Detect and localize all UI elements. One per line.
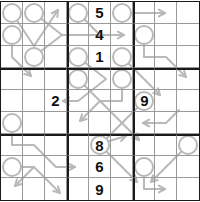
cell-r7c4[interactable] xyxy=(67,134,89,156)
cell-r1c8[interactable] xyxy=(155,2,177,24)
cell-r9c3[interactable] xyxy=(45,178,67,200)
cell-r4c5[interactable] xyxy=(89,68,111,90)
cell-r1c1[interactable] xyxy=(1,2,23,24)
cell-r6c4[interactable] xyxy=(67,112,89,134)
cell-r5c4[interactable] xyxy=(67,90,89,112)
cell-r2c6[interactable] xyxy=(111,24,133,46)
cell-r6c3[interactable] xyxy=(45,112,67,134)
cell-r1c7[interactable] xyxy=(133,2,155,24)
cell-r7c6[interactable] xyxy=(111,134,133,156)
cell-r3c9[interactable] xyxy=(177,46,199,68)
cell-r7c9[interactable] xyxy=(177,134,199,156)
cell-r8c9[interactable] xyxy=(177,156,199,178)
arrow-sudoku-screenshot: 54129869 xyxy=(0,0,200,202)
cell-r3c1[interactable] xyxy=(1,46,23,68)
cell-r6c9[interactable] xyxy=(177,112,199,134)
cell-r9c9[interactable] xyxy=(177,178,199,200)
cell-r2c4[interactable] xyxy=(67,24,89,46)
cell-r8c2[interactable] xyxy=(23,156,45,178)
cell-r8c1[interactable] xyxy=(1,156,23,178)
cell-r2c5[interactable]: 4 xyxy=(89,24,111,46)
cell-r4c7[interactable] xyxy=(133,68,155,90)
cell-r3c2[interactable] xyxy=(23,46,45,68)
cell-r7c1[interactable] xyxy=(1,134,23,156)
cell-r2c7[interactable] xyxy=(133,24,155,46)
cell-r6c8[interactable] xyxy=(155,112,177,134)
cell-r3c8[interactable] xyxy=(155,46,177,68)
cell-r4c9[interactable] xyxy=(177,68,199,90)
cell-r8c6[interactable] xyxy=(111,156,133,178)
cell-r6c1[interactable] xyxy=(1,112,23,134)
cell-r4c1[interactable] xyxy=(1,68,23,90)
cell-r2c2[interactable] xyxy=(23,24,45,46)
cell-r3c5[interactable]: 1 xyxy=(89,46,111,68)
cell-r3c3[interactable] xyxy=(45,46,67,68)
cell-r9c7[interactable] xyxy=(133,178,155,200)
cell-r7c8[interactable] xyxy=(155,134,177,156)
cell-r9c8[interactable] xyxy=(155,178,177,200)
cell-r9c4[interactable] xyxy=(67,178,89,200)
sudoku-grid: 54129869 xyxy=(1,2,199,200)
cell-r7c3[interactable] xyxy=(45,134,67,156)
cell-r9c5[interactable]: 9 xyxy=(89,178,111,200)
cell-r1c3[interactable] xyxy=(45,2,67,24)
cell-r3c6[interactable] xyxy=(111,46,133,68)
cell-r5c1[interactable] xyxy=(1,90,23,112)
cell-r2c8[interactable] xyxy=(155,24,177,46)
cell-r1c5[interactable]: 5 xyxy=(89,2,111,24)
cell-r2c9[interactable] xyxy=(177,24,199,46)
cell-r8c5[interactable]: 6 xyxy=(89,156,111,178)
cell-r4c8[interactable] xyxy=(155,68,177,90)
cell-r5c5[interactable] xyxy=(89,90,111,112)
cell-r5c2[interactable] xyxy=(23,90,45,112)
cell-r9c6[interactable] xyxy=(111,178,133,200)
cell-r9c2[interactable] xyxy=(23,178,45,200)
cell-r1c6[interactable] xyxy=(111,2,133,24)
cell-r6c7[interactable] xyxy=(133,112,155,134)
sudoku-board: 54129869 xyxy=(0,1,200,201)
cell-r1c4[interactable] xyxy=(67,2,89,24)
cell-r7c7[interactable] xyxy=(133,134,155,156)
cell-r7c5[interactable]: 8 xyxy=(89,134,111,156)
cell-r9c1[interactable] xyxy=(1,178,23,200)
cell-r1c9[interactable] xyxy=(177,2,199,24)
cell-r3c4[interactable] xyxy=(67,46,89,68)
cell-r4c3[interactable] xyxy=(45,68,67,90)
cell-r4c6[interactable] xyxy=(111,68,133,90)
cell-r5c7[interactable]: 9 xyxy=(133,90,155,112)
cell-r6c5[interactable] xyxy=(89,112,111,134)
cell-r8c8[interactable] xyxy=(155,156,177,178)
cell-r4c2[interactable] xyxy=(23,68,45,90)
cell-r6c2[interactable] xyxy=(23,112,45,134)
cell-r5c9[interactable] xyxy=(177,90,199,112)
cell-r2c3[interactable] xyxy=(45,24,67,46)
cell-r5c3[interactable]: 2 xyxy=(45,90,67,112)
cell-r3c7[interactable] xyxy=(133,46,155,68)
cell-r8c4[interactable] xyxy=(67,156,89,178)
cell-r4c4[interactable] xyxy=(67,68,89,90)
cell-r1c2[interactable] xyxy=(23,2,45,24)
cell-r8c3[interactable] xyxy=(45,156,67,178)
cell-r2c1[interactable] xyxy=(1,24,23,46)
cell-r5c8[interactable] xyxy=(155,90,177,112)
cell-r6c6[interactable] xyxy=(111,112,133,134)
cell-r8c7[interactable] xyxy=(133,156,155,178)
cell-r5c6[interactable] xyxy=(111,90,133,112)
cell-r7c2[interactable] xyxy=(23,134,45,156)
